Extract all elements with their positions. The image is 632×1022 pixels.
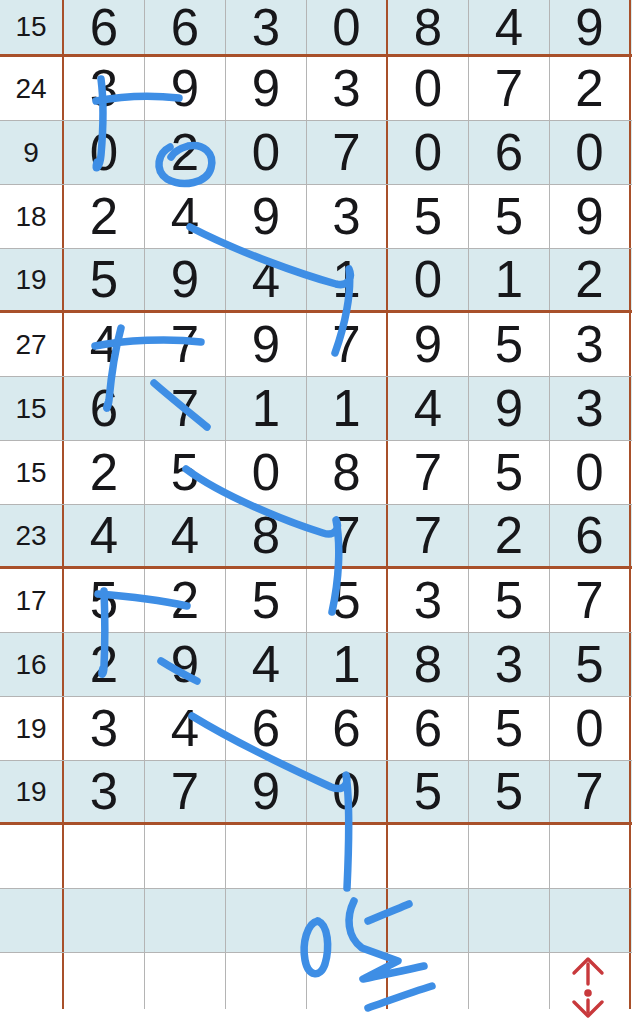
digit-cell: 0 — [388, 57, 469, 120]
digit-cell: 9 — [469, 377, 550, 440]
digit-cell: 3 — [307, 57, 388, 120]
digit-cell: 7 — [550, 761, 631, 822]
digit-cell: 5 — [469, 313, 550, 376]
digit-cell: 7 — [307, 121, 388, 184]
table-row: 162941835 — [0, 633, 632, 697]
digit-cell: 6 — [64, 0, 145, 54]
row-label — [0, 953, 64, 1009]
digit-cell: 9 — [145, 57, 226, 120]
digit-cell: 5 — [226, 569, 307, 632]
digit-cell: 9 — [550, 0, 631, 54]
digit-cell: 2 — [550, 249, 631, 310]
digit-cell: 0 — [550, 697, 631, 760]
digit-cell: 3 — [550, 377, 631, 440]
digit-cell — [226, 953, 307, 1009]
digit-cell: 9 — [145, 249, 226, 310]
digit-cell: 0 — [307, 761, 388, 822]
digit-cell: 4 — [64, 505, 145, 566]
digit-cell: 2 — [64, 441, 145, 504]
digit-cell: 7 — [145, 761, 226, 822]
digit-cell: 9 — [145, 633, 226, 696]
digit-cell: 1 — [307, 633, 388, 696]
digit-cell: 1 — [307, 249, 388, 310]
digit-cell: 6 — [226, 697, 307, 760]
digit-cell: 0 — [307, 0, 388, 54]
digit-cell: 3 — [64, 57, 145, 120]
digit-cell: 6 — [469, 121, 550, 184]
digit-cell: 6 — [550, 505, 631, 566]
table-row: 175255357 — [0, 569, 632, 633]
digit-cell — [145, 825, 226, 888]
row-label: 9 — [0, 121, 64, 184]
row-label: 27 — [0, 313, 64, 376]
digit-cell — [550, 953, 631, 1009]
table-row: 182493559 — [0, 185, 632, 249]
table-row: 243993072 — [0, 57, 632, 121]
digit-cell — [226, 825, 307, 888]
row-label: 15 — [0, 0, 64, 54]
table-row: 195941012 — [0, 249, 632, 313]
digit-cell: 7 — [145, 313, 226, 376]
digit-cell: 4 — [226, 249, 307, 310]
digit-cell: 8 — [226, 505, 307, 566]
digit-cell: 7 — [388, 505, 469, 566]
digit-cell: 6 — [64, 377, 145, 440]
digit-cell: 0 — [64, 121, 145, 184]
digit-cell: 1 — [469, 249, 550, 310]
digit-cell: 5 — [469, 761, 550, 822]
digit-cell: 2 — [145, 569, 226, 632]
digit-cell: 5 — [307, 569, 388, 632]
digit-cell: 7 — [388, 441, 469, 504]
table-row: 274797953 — [0, 313, 632, 377]
digit-cell: 5 — [64, 249, 145, 310]
digit-cell: 4 — [145, 185, 226, 248]
row-label: 19 — [0, 761, 64, 822]
digit-cell: 9 — [226, 313, 307, 376]
digit-cell — [64, 825, 145, 888]
table-row: 193466650 — [0, 697, 632, 761]
worksheet-page: 1566308492439930729020706018249355919594… — [0, 0, 632, 1022]
digit-cell: 3 — [550, 313, 631, 376]
digit-cell: 9 — [226, 57, 307, 120]
digit-cell: 7 — [307, 313, 388, 376]
digit-cell — [307, 953, 388, 1009]
table-row: 156630849 — [0, 0, 632, 57]
row-label: 18 — [0, 185, 64, 248]
digit-cell: 4 — [145, 697, 226, 760]
digit-cell — [307, 825, 388, 888]
row-label: 23 — [0, 505, 64, 566]
digit-cell: 4 — [388, 377, 469, 440]
digit-cell: 7 — [550, 569, 631, 632]
digit-cell: 6 — [388, 697, 469, 760]
digit-cell: 0 — [388, 121, 469, 184]
digit-cell — [469, 953, 550, 1009]
digit-grid: 1566308492439930729020706018249355919594… — [0, 0, 632, 1022]
digit-cell: 6 — [307, 697, 388, 760]
digit-cell: 9 — [388, 313, 469, 376]
empty-row — [0, 953, 632, 1009]
digit-cell: 9 — [226, 185, 307, 248]
digit-cell: 5 — [64, 569, 145, 632]
table-row: 234487726 — [0, 505, 632, 569]
digit-cell: 2 — [550, 57, 631, 120]
row-label: 19 — [0, 697, 64, 760]
digit-cell: 5 — [145, 441, 226, 504]
digit-cell: 2 — [64, 185, 145, 248]
digit-cell: 3 — [226, 0, 307, 54]
digit-cell: 4 — [226, 633, 307, 696]
digit-cell — [64, 953, 145, 1009]
digit-cell: 9 — [550, 185, 631, 248]
digit-cell: 0 — [226, 441, 307, 504]
digit-cell — [226, 889, 307, 952]
digit-cell: 8 — [388, 633, 469, 696]
row-label: 24 — [0, 57, 64, 120]
digit-cell: 2 — [64, 633, 145, 696]
digit-cell — [145, 953, 226, 1009]
digit-cell: 3 — [307, 185, 388, 248]
digit-cell: 4 — [469, 0, 550, 54]
row-label: 15 — [0, 441, 64, 504]
digit-cell: 3 — [469, 633, 550, 696]
digit-cell: 0 — [550, 121, 631, 184]
digit-cell: 7 — [307, 505, 388, 566]
row-label — [0, 889, 64, 952]
table-row: 152508750 — [0, 441, 632, 505]
table-row: 193790557 — [0, 761, 632, 825]
digit-cell — [307, 889, 388, 952]
digit-cell — [64, 889, 145, 952]
empty-row — [0, 825, 632, 889]
digit-cell — [145, 889, 226, 952]
digit-cell: 5 — [469, 569, 550, 632]
digit-cell — [550, 889, 631, 952]
digit-cell: 8 — [388, 0, 469, 54]
digit-cell: 3 — [388, 569, 469, 632]
digit-cell — [388, 889, 469, 952]
digit-cell: 0 — [388, 249, 469, 310]
digit-cell: 2 — [145, 121, 226, 184]
row-label: 16 — [0, 633, 64, 696]
row-label: 19 — [0, 249, 64, 310]
digit-cell: 4 — [145, 505, 226, 566]
digit-cell: 7 — [145, 377, 226, 440]
row-label: 15 — [0, 377, 64, 440]
row-label — [0, 825, 64, 888]
digit-cell — [388, 953, 469, 1009]
digit-cell: 2 — [469, 505, 550, 566]
row-label: 17 — [0, 569, 64, 632]
digit-cell: 0 — [226, 121, 307, 184]
digit-cell: 1 — [226, 377, 307, 440]
digit-cell: 5 — [469, 185, 550, 248]
table-row: 156711493 — [0, 377, 632, 441]
digit-cell: 5 — [469, 441, 550, 504]
digit-cell: 5 — [388, 761, 469, 822]
digit-cell: 8 — [307, 441, 388, 504]
digit-cell: 4 — [64, 313, 145, 376]
digit-cell — [388, 825, 469, 888]
digit-cell: 7 — [469, 57, 550, 120]
digit-cell: 3 — [64, 697, 145, 760]
empty-row — [0, 889, 632, 953]
digit-cell: 6 — [145, 0, 226, 54]
digit-cell — [550, 825, 631, 888]
digit-cell: 9 — [226, 761, 307, 822]
digit-cell — [469, 889, 550, 952]
digit-cell: 5 — [388, 185, 469, 248]
digit-cell: 3 — [64, 761, 145, 822]
table-row: 90207060 — [0, 121, 632, 185]
digit-cell: 1 — [307, 377, 388, 440]
digit-cell: 5 — [550, 633, 631, 696]
digit-cell: 0 — [550, 441, 631, 504]
digit-cell — [469, 825, 550, 888]
digit-cell: 5 — [469, 697, 550, 760]
